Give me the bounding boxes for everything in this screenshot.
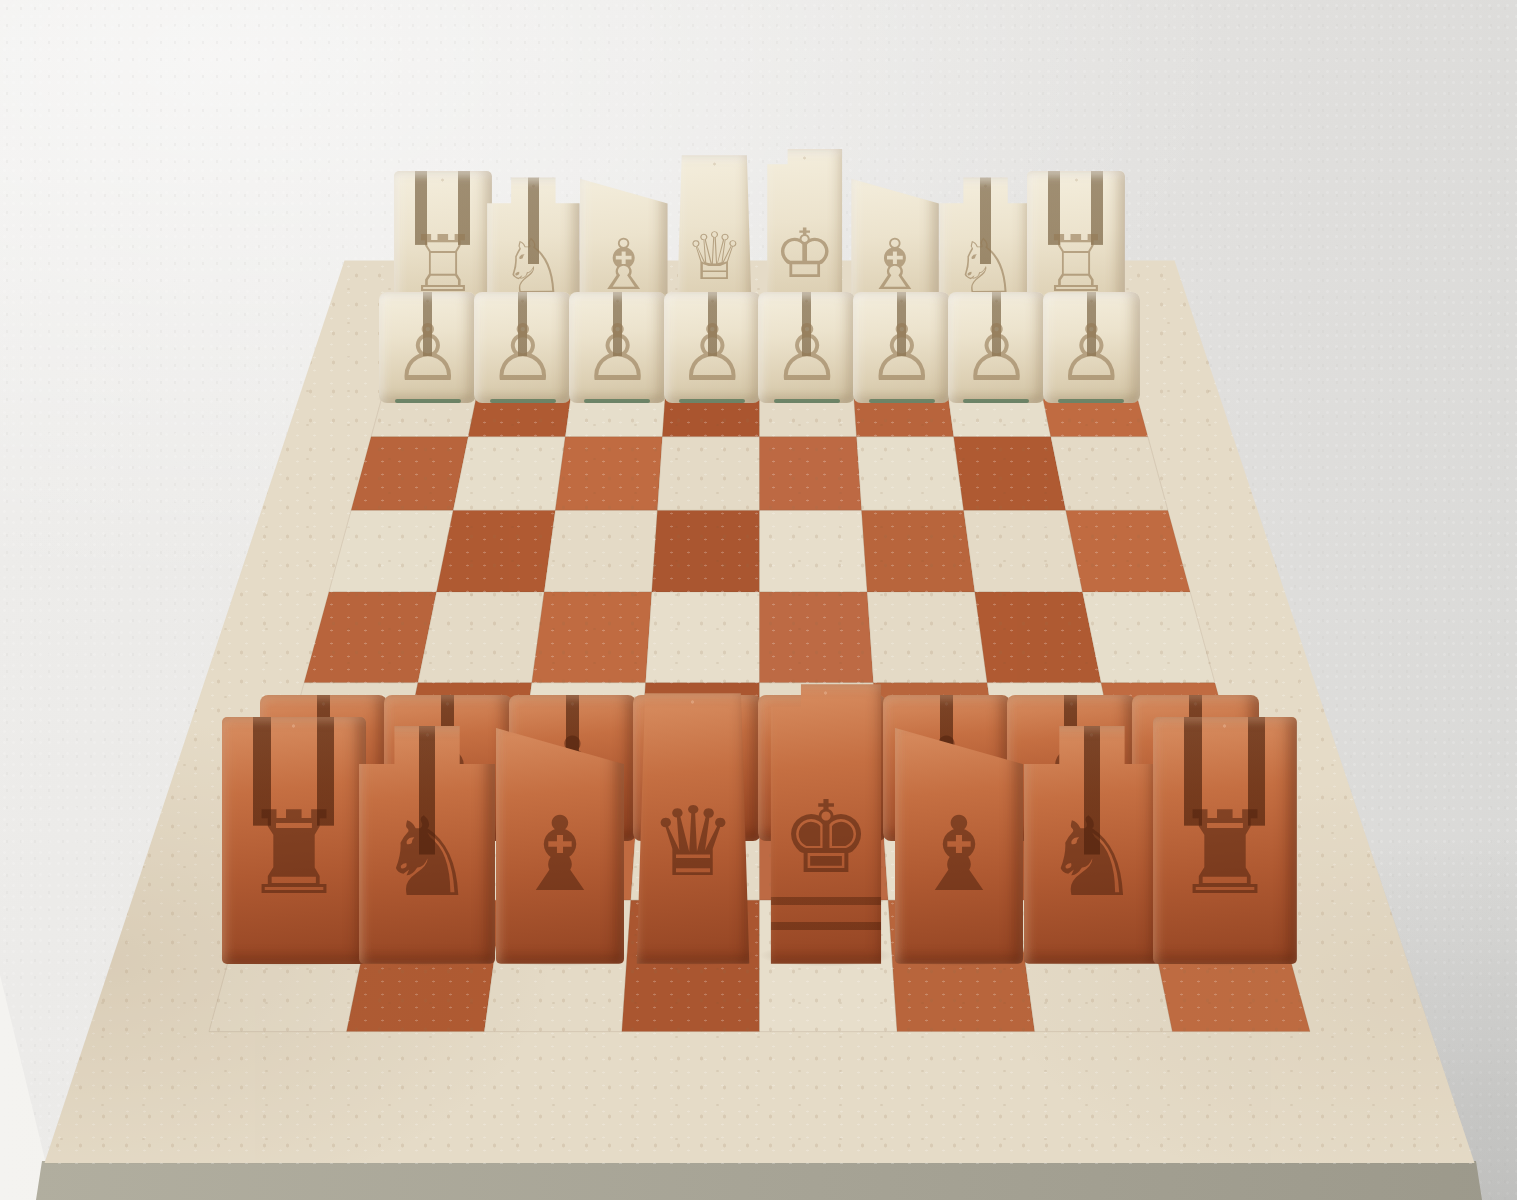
king-glyph: ♔ [774, 220, 835, 288]
photo-scene: ♖♘♗♕♔♗♘♖♙♙♙♙♙♙♙♙♜♞♝♛♚♝♞♜♟♟♟♟♟♟♟♟ [0, 0, 1517, 1200]
piece-red-rook-a8[interactable]: ♜ [222, 717, 365, 964]
pawn-glyph: ♙ [393, 314, 463, 392]
pawn-glyph: ♙ [772, 314, 842, 392]
pawn-glyph: ♙ [867, 314, 937, 392]
pawn-glyph: ♙ [961, 314, 1031, 392]
piece-white-pawn-h2[interactable]: ♙ [1043, 292, 1140, 403]
piece-white-pawn-b2[interactable]: ♙ [474, 292, 571, 403]
bishop-glyph: ♝ [913, 803, 1005, 906]
piece-red-knight-g8[interactable]: ♞ [1024, 726, 1160, 964]
piece-red-rook-h8[interactable]: ♜ [1153, 717, 1296, 964]
bishop-glyph: ♗ [592, 230, 655, 300]
piece-red-bishop-c8[interactable]: ♝ [496, 721, 625, 964]
piece-red-knight-b8[interactable]: ♞ [359, 726, 495, 964]
pawn-glyph: ♙ [1056, 314, 1126, 392]
piece-white-pawn-c2[interactable]: ♙ [569, 292, 666, 403]
bishop-glyph: ♗ [864, 230, 927, 300]
piece-white-pawn-d2[interactable]: ♙ [664, 292, 761, 403]
knight-glyph: ♞ [1043, 802, 1141, 911]
piece-red-king-e8[interactable]: ♚ [763, 684, 888, 964]
piece-red-queen-d8[interactable]: ♛ [633, 693, 753, 963]
bishop-glyph: ♝ [514, 803, 606, 906]
queen-glyph: ♛ [650, 794, 736, 890]
rook-glyph: ♜ [242, 795, 345, 910]
pawn-glyph: ♙ [488, 314, 558, 392]
queen-glyph: ♕ [685, 224, 743, 289]
rook-glyph: ♜ [1173, 795, 1276, 910]
piece-red-bishop-f8[interactable]: ♝ [895, 721, 1024, 964]
piece-white-pawn-f2[interactable]: ♙ [853, 292, 950, 403]
piece-white-pawn-e2[interactable]: ♙ [758, 292, 855, 403]
king-glyph: ♚ [781, 788, 871, 888]
knight-glyph: ♞ [378, 802, 476, 911]
pawn-glyph: ♙ [677, 314, 747, 392]
pieces-layer: ♖♘♗♕♔♗♘♖♙♙♙♙♙♙♙♙♜♞♝♛♚♝♞♜♟♟♟♟♟♟♟♟ [0, 0, 1517, 1200]
pawn-glyph: ♙ [582, 314, 652, 392]
piece-white-pawn-g2[interactable]: ♙ [948, 292, 1045, 403]
piece-white-pawn-a2[interactable]: ♙ [379, 292, 476, 403]
